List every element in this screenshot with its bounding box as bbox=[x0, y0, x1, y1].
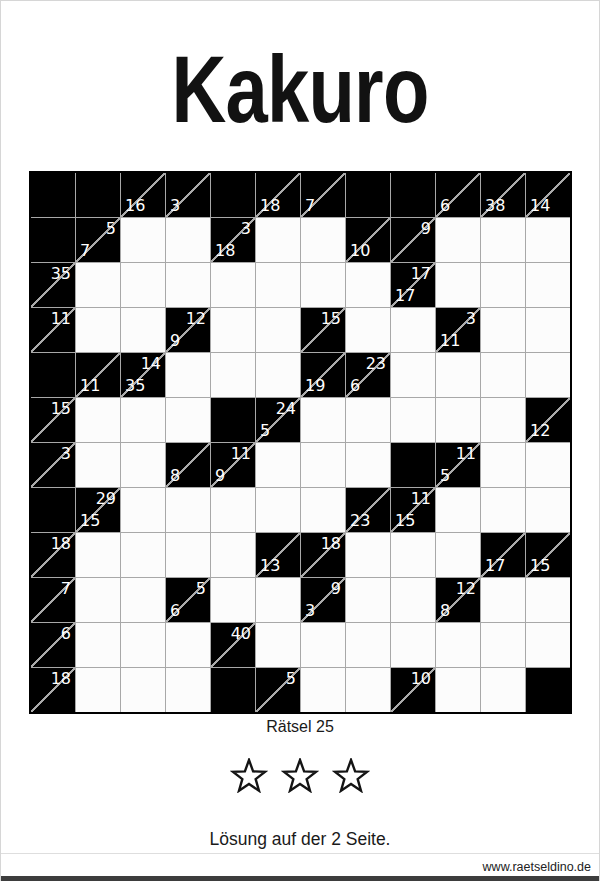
down-clue: 3 bbox=[305, 603, 315, 619]
down-clue: 23 bbox=[350, 513, 370, 529]
white-cell[interactable] bbox=[481, 263, 525, 307]
white-cell[interactable] bbox=[436, 398, 480, 442]
down-clue: 18 bbox=[215, 243, 235, 259]
white-cell[interactable] bbox=[121, 218, 165, 262]
across-clue: 5 bbox=[106, 221, 116, 237]
clue-cell: 9 bbox=[391, 218, 435, 262]
across-clue: 17 bbox=[411, 266, 431, 282]
bottom-bar bbox=[1, 876, 599, 881]
down-clue: 14 bbox=[530, 198, 550, 214]
white-cell[interactable] bbox=[301, 668, 345, 712]
black-cell bbox=[391, 173, 435, 217]
white-cell[interactable] bbox=[166, 623, 210, 667]
white-cell[interactable] bbox=[121, 398, 165, 442]
across-clue: 24 bbox=[276, 401, 296, 417]
white-cell[interactable] bbox=[481, 443, 525, 487]
clue-cell: 15 bbox=[301, 308, 345, 352]
across-clue: 11 bbox=[231, 446, 251, 462]
white-cell[interactable] bbox=[526, 443, 570, 487]
white-cell[interactable] bbox=[481, 218, 525, 262]
white-cell[interactable] bbox=[256, 218, 300, 262]
clue-cell: 6 bbox=[31, 623, 75, 667]
black-cell bbox=[31, 173, 75, 217]
across-clue: 40 bbox=[231, 626, 251, 642]
down-clue: 7 bbox=[80, 243, 90, 259]
white-cell[interactable] bbox=[256, 443, 300, 487]
across-clue: 11 bbox=[456, 446, 476, 462]
white-cell[interactable] bbox=[211, 488, 255, 532]
white-cell[interactable] bbox=[121, 623, 165, 667]
clue-cell: 128 bbox=[436, 578, 480, 622]
clue-cell: 19 bbox=[301, 353, 345, 397]
down-clue: 17 bbox=[395, 288, 415, 304]
down-clue: 10 bbox=[350, 243, 370, 259]
down-clue: 7 bbox=[305, 198, 315, 214]
down-clue: 8 bbox=[170, 468, 180, 484]
white-cell[interactable] bbox=[76, 668, 120, 712]
white-cell[interactable] bbox=[301, 623, 345, 667]
white-cell[interactable] bbox=[256, 263, 300, 307]
white-cell[interactable] bbox=[211, 263, 255, 307]
white-cell[interactable] bbox=[166, 488, 210, 532]
white-cell[interactable] bbox=[166, 353, 210, 397]
clue-cell: 3 bbox=[166, 173, 210, 217]
down-clue: 11 bbox=[440, 333, 460, 349]
clue-cell: 311 bbox=[436, 308, 480, 352]
across-clue: 15 bbox=[321, 311, 341, 327]
clue-cell: 93 bbox=[301, 578, 345, 622]
across-clue: 3 bbox=[241, 221, 251, 237]
white-cell[interactable] bbox=[346, 398, 390, 442]
clue-cell: 2915 bbox=[76, 488, 120, 532]
white-cell[interactable] bbox=[301, 398, 345, 442]
white-cell[interactable] bbox=[121, 668, 165, 712]
clue-cell: 318 bbox=[211, 218, 255, 262]
white-cell[interactable] bbox=[211, 578, 255, 622]
down-clue: 6 bbox=[440, 198, 450, 214]
down-clue: 8 bbox=[440, 603, 450, 619]
white-cell[interactable] bbox=[211, 533, 255, 577]
down-clue: 11 bbox=[80, 378, 100, 394]
website-url: www.raetseldino.de bbox=[483, 860, 591, 874]
white-cell[interactable] bbox=[166, 398, 210, 442]
white-cell[interactable] bbox=[481, 668, 525, 712]
white-cell[interactable] bbox=[346, 623, 390, 667]
clue-cell: 115 bbox=[436, 443, 480, 487]
clue-cell: 12 bbox=[526, 398, 570, 442]
clue-cell: 13 bbox=[256, 533, 300, 577]
black-cell bbox=[31, 488, 75, 532]
white-cell[interactable] bbox=[346, 308, 390, 352]
white-cell[interactable] bbox=[436, 533, 480, 577]
clue-cell: 129 bbox=[166, 308, 210, 352]
across-clue: 15 bbox=[51, 401, 71, 417]
clue-cell: 23 bbox=[346, 488, 390, 532]
white-cell[interactable] bbox=[166, 533, 210, 577]
white-cell[interactable] bbox=[166, 263, 210, 307]
white-cell[interactable] bbox=[481, 308, 525, 352]
down-clue: 18 bbox=[260, 198, 280, 214]
across-clue: 7 bbox=[61, 581, 71, 597]
white-cell[interactable] bbox=[346, 578, 390, 622]
clue-cell: 57 bbox=[76, 218, 120, 262]
clue-cell: 7 bbox=[301, 173, 345, 217]
clue-cell: 245 bbox=[256, 398, 300, 442]
down-clue: 12 bbox=[530, 423, 550, 439]
white-cell[interactable] bbox=[301, 443, 345, 487]
difficulty-star-icon bbox=[332, 758, 370, 793]
down-clue: 16 bbox=[125, 198, 145, 214]
white-cell[interactable] bbox=[256, 578, 300, 622]
white-cell[interactable] bbox=[526, 623, 570, 667]
black-cell bbox=[391, 443, 435, 487]
down-clue: 17 bbox=[485, 558, 505, 574]
white-cell[interactable] bbox=[76, 308, 120, 352]
white-cell[interactable] bbox=[526, 353, 570, 397]
across-clue: 12 bbox=[186, 311, 206, 327]
clue-cell: 16 bbox=[121, 173, 165, 217]
black-cell bbox=[31, 218, 75, 262]
across-clue: 3 bbox=[466, 311, 476, 327]
clue-cell: 10 bbox=[391, 668, 435, 712]
difficulty-star-icon bbox=[281, 758, 319, 793]
down-clue: 9 bbox=[215, 468, 225, 484]
white-cell[interactable] bbox=[76, 443, 120, 487]
white-cell[interactable] bbox=[481, 398, 525, 442]
down-clue: 19 bbox=[305, 378, 325, 394]
white-cell[interactable] bbox=[436, 623, 480, 667]
white-cell[interactable] bbox=[76, 398, 120, 442]
clue-cell: 7 bbox=[31, 578, 75, 622]
white-cell[interactable] bbox=[391, 398, 435, 442]
clue-cell: 15 bbox=[31, 398, 75, 442]
white-cell[interactable] bbox=[346, 263, 390, 307]
black-cell bbox=[76, 173, 120, 217]
white-cell[interactable] bbox=[391, 578, 435, 622]
white-cell[interactable] bbox=[481, 578, 525, 622]
clue-cell: 38 bbox=[481, 173, 525, 217]
across-clue: 18 bbox=[51, 536, 71, 552]
white-cell[interactable] bbox=[256, 488, 300, 532]
white-cell[interactable] bbox=[481, 488, 525, 532]
white-cell[interactable] bbox=[436, 353, 480, 397]
white-cell[interactable] bbox=[391, 353, 435, 397]
clue-cell: 10 bbox=[346, 218, 390, 262]
clue-cell: 11 bbox=[76, 353, 120, 397]
across-clue: 5 bbox=[196, 581, 206, 597]
white-cell[interactable] bbox=[256, 623, 300, 667]
down-clue: 35 bbox=[125, 378, 145, 394]
white-cell[interactable] bbox=[76, 263, 120, 307]
across-clue: 11 bbox=[51, 311, 71, 327]
white-cell[interactable] bbox=[121, 443, 165, 487]
across-clue: 12 bbox=[456, 581, 476, 597]
white-cell[interactable] bbox=[391, 623, 435, 667]
down-clue: 6 bbox=[350, 378, 360, 394]
down-clue: 13 bbox=[260, 558, 280, 574]
white-cell[interactable] bbox=[391, 308, 435, 352]
white-cell[interactable] bbox=[76, 578, 120, 622]
white-cell[interactable] bbox=[346, 668, 390, 712]
down-clue: 9 bbox=[170, 333, 180, 349]
white-cell[interactable] bbox=[526, 263, 570, 307]
white-cell[interactable] bbox=[526, 488, 570, 532]
black-cell bbox=[526, 668, 570, 712]
white-cell[interactable] bbox=[256, 353, 300, 397]
white-cell[interactable] bbox=[436, 218, 480, 262]
clue-cell: 56 bbox=[166, 578, 210, 622]
across-clue: 18 bbox=[321, 536, 341, 552]
down-clue: 15 bbox=[395, 513, 415, 529]
white-cell[interactable] bbox=[166, 668, 210, 712]
white-cell[interactable] bbox=[121, 308, 165, 352]
white-cell[interactable] bbox=[121, 533, 165, 577]
white-cell[interactable] bbox=[346, 443, 390, 487]
black-cell bbox=[211, 668, 255, 712]
white-cell[interactable] bbox=[526, 578, 570, 622]
white-cell[interactable] bbox=[76, 533, 120, 577]
clue-cell: 1115 bbox=[391, 488, 435, 532]
difficulty-stars bbox=[1, 758, 599, 793]
white-cell[interactable] bbox=[391, 533, 435, 577]
white-cell[interactable] bbox=[436, 263, 480, 307]
white-cell[interactable] bbox=[121, 488, 165, 532]
black-cell bbox=[211, 398, 255, 442]
black-cell bbox=[346, 173, 390, 217]
across-clue: 6 bbox=[61, 626, 71, 642]
page: Kakuro 163187638145731810935171711129153… bbox=[0, 0, 600, 881]
white-cell[interactable] bbox=[481, 353, 525, 397]
across-clue: 23 bbox=[366, 356, 386, 372]
clue-cell: 14 bbox=[526, 173, 570, 217]
clue-cell: 18 bbox=[31, 533, 75, 577]
white-cell[interactable] bbox=[436, 488, 480, 532]
across-clue: 18 bbox=[51, 671, 71, 687]
clue-cell: 17 bbox=[481, 533, 525, 577]
across-clue: 14 bbox=[141, 356, 161, 372]
down-clue: 6 bbox=[170, 603, 180, 619]
clue-cell: 11 bbox=[31, 308, 75, 352]
down-clue: 15 bbox=[530, 558, 550, 574]
across-clue: 35 bbox=[51, 266, 71, 282]
page-title: Kakuro bbox=[61, 41, 539, 137]
clue-cell: 35 bbox=[31, 263, 75, 307]
clue-cell: 1435 bbox=[121, 353, 165, 397]
white-cell[interactable] bbox=[211, 308, 255, 352]
puzzle-number: Rätsel 25 bbox=[1, 718, 599, 736]
white-cell[interactable] bbox=[121, 578, 165, 622]
clue-cell: 18 bbox=[301, 533, 345, 577]
white-cell[interactable] bbox=[526, 218, 570, 262]
white-cell[interactable] bbox=[526, 308, 570, 352]
clue-cell: 18 bbox=[31, 668, 75, 712]
across-clue: 11 bbox=[411, 491, 431, 507]
clue-cell: 119 bbox=[211, 443, 255, 487]
down-clue: 15 bbox=[80, 513, 100, 529]
white-cell[interactable] bbox=[121, 263, 165, 307]
footer-divider bbox=[1, 853, 599, 854]
black-cell bbox=[211, 173, 255, 217]
white-cell[interactable] bbox=[166, 218, 210, 262]
across-clue: 5 bbox=[286, 671, 296, 687]
kakuro-board: 1631876381457318109351717111291531111143… bbox=[29, 171, 572, 714]
across-clue: 9 bbox=[421, 221, 431, 237]
across-clue: 9 bbox=[331, 581, 341, 597]
clue-cell: 3 bbox=[31, 443, 75, 487]
clue-cell: 18 bbox=[256, 173, 300, 217]
white-cell[interactable] bbox=[301, 488, 345, 532]
down-clue: 3 bbox=[170, 198, 180, 214]
clue-cell: 1717 bbox=[391, 263, 435, 307]
across-clue: 10 bbox=[411, 671, 431, 687]
solution-note: Lösung auf der 2 Seite. bbox=[1, 829, 599, 850]
down-clue: 5 bbox=[260, 423, 270, 439]
down-clue: 5 bbox=[440, 468, 450, 484]
across-clue: 29 bbox=[96, 491, 116, 507]
white-cell[interactable] bbox=[256, 308, 300, 352]
clue-cell: 5 bbox=[256, 668, 300, 712]
white-cell[interactable] bbox=[481, 623, 525, 667]
clue-cell: 40 bbox=[211, 623, 255, 667]
clue-cell: 236 bbox=[346, 353, 390, 397]
white-cell[interactable] bbox=[76, 623, 120, 667]
white-cell[interactable] bbox=[436, 668, 480, 712]
across-clue: 3 bbox=[61, 446, 71, 462]
white-cell[interactable] bbox=[301, 218, 345, 262]
difficulty-star-icon bbox=[230, 758, 268, 793]
down-clue: 38 bbox=[485, 198, 505, 214]
white-cell[interactable] bbox=[211, 353, 255, 397]
white-cell[interactable] bbox=[346, 533, 390, 577]
clue-cell: 15 bbox=[526, 533, 570, 577]
black-cell bbox=[31, 353, 75, 397]
clue-cell: 8 bbox=[166, 443, 210, 487]
clue-cell: 6 bbox=[436, 173, 480, 217]
white-cell[interactable] bbox=[301, 263, 345, 307]
